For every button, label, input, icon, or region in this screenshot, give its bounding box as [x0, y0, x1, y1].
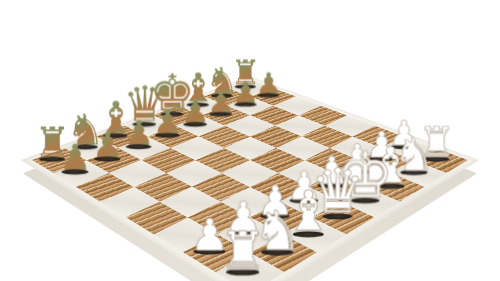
piece-black-rook: ♜: [19, 123, 86, 162]
square-d5: [196, 147, 250, 172]
piece-black-knight: ♞: [53, 109, 118, 150]
piece-black-rook: ♜: [218, 57, 273, 89]
board-grid: ♜♟♟♜♞♟♟♞♝♟♟♝♚♟♟♚♛♟♟♛♝♟♟♝♞♟♟♞♜♟♟♜: [32, 79, 468, 281]
piece-black-bishop: ♝: [84, 97, 147, 138]
square-c7: ♟: [118, 136, 171, 160]
square-a1: ♜: [215, 252, 284, 281]
chess-board: ♜♟♟♜♞♟♟♞♝♟♟♝♚♟♟♚♛♟♟♛♝♟♟♝♞♟♟♞♜♟♟♜: [21, 76, 479, 281]
piece-black-bishop: ♝: [169, 69, 227, 107]
chess-set-photo: ♜♟♟♜♞♟♟♞♝♟♟♝♚♟♟♚♛♟♟♛♝♟♟♝♞♟♟♞♜♟♟♜: [0, 0, 500, 281]
piece-black-knight: ♞: [194, 62, 250, 97]
product-photo-canvas: ♜♟♟♜♞♟♟♞♝♟♟♝♚♟♟♚♛♟♟♛♝♟♟♝♞♟♟♞♜♟♟♜: [0, 0, 500, 281]
